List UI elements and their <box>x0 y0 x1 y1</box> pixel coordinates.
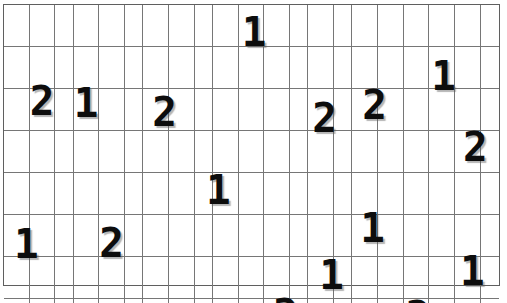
grid-cell <box>125 47 143 89</box>
grid-cell <box>378 5 404 47</box>
grid-cell <box>352 173 378 215</box>
grid-cell <box>481 131 499 173</box>
grid-cell <box>55 5 73 47</box>
grid-cell: 2 <box>352 89 378 131</box>
grid-cell <box>4 131 30 173</box>
grid-cell: 2 <box>99 215 125 257</box>
grid-cell <box>308 299 334 303</box>
grid-cell <box>290 215 308 257</box>
grid-cell <box>290 5 308 47</box>
screenshot-root: 1121222211211121221212221 <box>0 0 507 303</box>
grid-cell <box>195 89 213 131</box>
grid-cell <box>378 299 404 303</box>
grid-cell <box>352 47 378 89</box>
grid-cell <box>169 257 195 299</box>
grid-cell <box>481 173 499 215</box>
grid-cell <box>455 5 481 47</box>
grid-cell: 2 <box>30 89 56 131</box>
grid-cell <box>404 131 430 173</box>
grid-cell <box>455 47 481 89</box>
grid-cell <box>290 257 308 299</box>
grid-cell <box>99 89 125 131</box>
grid-cell <box>308 5 334 47</box>
grid-cell <box>30 173 56 215</box>
grid-cell <box>239 173 265 215</box>
grid-cell <box>264 47 290 89</box>
grid-cell <box>334 47 352 89</box>
grid-cell: 1 <box>4 215 30 257</box>
grid-cell <box>213 5 239 47</box>
grid-cell <box>125 5 143 47</box>
grid-cell <box>143 257 169 299</box>
grid-cell <box>143 47 169 89</box>
grid-cell <box>455 215 481 257</box>
grid-cell <box>378 173 404 215</box>
puzzle-board: 1121222211211121221212221 <box>3 4 500 286</box>
grid-cell <box>30 257 56 299</box>
grid-cell: 1 <box>429 47 455 89</box>
grid-cell <box>55 257 73 299</box>
grid-cell <box>481 5 499 47</box>
grid-cell <box>239 257 265 299</box>
grid-cell <box>4 89 30 131</box>
grid-cell <box>125 299 143 303</box>
grid-cell <box>125 257 143 299</box>
grid-cell <box>239 47 265 89</box>
grid-cell <box>213 215 239 257</box>
grid-cell <box>352 5 378 47</box>
grid-cell <box>378 131 404 173</box>
grid-cell: 1 <box>352 215 378 257</box>
grid-cell <box>334 299 352 303</box>
grid-cell <box>4 5 30 47</box>
grid-cell <box>195 47 213 89</box>
grid-cell <box>195 173 213 215</box>
grid-cell <box>239 89 265 131</box>
grid-cell <box>74 5 100 47</box>
grid-cell <box>429 173 455 215</box>
grid-cell <box>264 5 290 47</box>
grid-cell <box>481 89 499 131</box>
grid-cell: 2 <box>169 299 195 303</box>
grid-cell <box>404 257 430 299</box>
grid-cell <box>481 257 499 299</box>
grid-cell <box>264 89 290 131</box>
grid-cell <box>169 5 195 47</box>
grid-cell <box>404 215 430 257</box>
grid-cell <box>169 173 195 215</box>
grid-cell <box>30 215 56 257</box>
grid-cell <box>125 89 143 131</box>
grid-cell: 1 <box>74 89 100 131</box>
grid-cell <box>99 299 125 303</box>
grid-cell <box>169 47 195 89</box>
grid-cell <box>195 215 213 257</box>
grid-cell: 2 <box>264 299 290 303</box>
grid-cell <box>334 89 352 131</box>
grid-cell <box>378 257 404 299</box>
grid-cell <box>74 47 100 89</box>
grid-cell <box>239 131 265 173</box>
grid-cell <box>74 257 100 299</box>
grid-cell <box>74 299 100 303</box>
grid-cell <box>55 173 73 215</box>
grid-cell <box>290 173 308 215</box>
grid-cell <box>143 299 169 303</box>
grid-cell <box>264 257 290 299</box>
grid-cell: 2 <box>455 131 481 173</box>
grid-cell <box>290 47 308 89</box>
grid-cell <box>404 5 430 47</box>
grid-cell: 1 <box>239 5 265 47</box>
grid-cell <box>55 47 73 89</box>
grid-cell <box>481 47 499 89</box>
grid-cell <box>30 131 56 173</box>
grid-cell <box>74 131 100 173</box>
grid-cell <box>308 215 334 257</box>
grid-cell <box>334 215 352 257</box>
grid-cell <box>352 299 378 303</box>
grid-cell <box>143 131 169 173</box>
grid-cell <box>169 131 195 173</box>
grid-cell <box>99 173 125 215</box>
grid-cell <box>404 173 430 215</box>
grid-cell <box>264 215 290 257</box>
grid-cell <box>429 257 455 299</box>
grid-cell <box>143 5 169 47</box>
grid-cell <box>125 131 143 173</box>
grid-cell <box>352 257 378 299</box>
grid-cell <box>290 131 308 173</box>
grid-cell <box>429 5 455 47</box>
grid-cell <box>290 89 308 131</box>
grid-cell <box>290 299 308 303</box>
grid-cell <box>429 215 455 257</box>
clue-digit: 1 <box>74 83 99 124</box>
grid-cell <box>213 89 239 131</box>
grid-cell <box>143 173 169 215</box>
grid-cell <box>429 299 455 303</box>
grid-cell <box>125 215 143 257</box>
grid-cell <box>213 47 239 89</box>
grid-cell <box>481 299 499 303</box>
grid-cell <box>99 257 125 299</box>
grid-cell <box>264 131 290 173</box>
grid-cell <box>404 89 430 131</box>
grid-cell <box>264 173 290 215</box>
grid-cell <box>55 299 73 303</box>
grid-cell <box>239 215 265 257</box>
grid-cell <box>378 215 404 257</box>
grid-cell <box>30 5 56 47</box>
grid-cell <box>74 215 100 257</box>
grid-cell <box>308 47 334 89</box>
grid-cell <box>55 215 73 257</box>
grid-cell <box>404 47 430 89</box>
grid-cell <box>455 173 481 215</box>
grid-cell: 1 <box>455 257 481 299</box>
grid-cell <box>143 215 169 257</box>
grid-cell <box>99 131 125 173</box>
grid-cell <box>195 257 213 299</box>
grid-cell <box>195 5 213 47</box>
grid-cell <box>195 131 213 173</box>
grid-cell <box>99 47 125 89</box>
grid-cell <box>334 257 352 299</box>
grid-cell <box>239 299 265 303</box>
grid-cell <box>55 131 73 173</box>
grid-cell <box>74 173 100 215</box>
grid-cell: 2 <box>308 89 334 131</box>
grid-cell <box>481 215 499 257</box>
grid-cell <box>4 47 30 89</box>
grid-cell: 2 <box>404 299 430 303</box>
grid-cell <box>334 5 352 47</box>
grid-cell: 2 <box>143 89 169 131</box>
grid-cell <box>4 299 30 303</box>
grid-cell <box>378 47 404 89</box>
grid-cell: 1 <box>213 173 239 215</box>
grid-cell <box>308 173 334 215</box>
grid-cell <box>429 89 455 131</box>
grid-cell: 1 <box>213 299 239 303</box>
grid-cell <box>213 131 239 173</box>
grid-cell <box>30 47 56 89</box>
grid-cell <box>378 89 404 131</box>
grid-cell <box>30 299 56 303</box>
grid-cell <box>55 89 73 131</box>
grid-cell <box>308 131 334 173</box>
grid-cell <box>169 215 195 257</box>
grid-cell <box>334 173 352 215</box>
grid-cell <box>4 257 30 299</box>
grid-cell <box>455 89 481 131</box>
grid-cell: 1 <box>308 257 334 299</box>
grid-cell <box>352 131 378 173</box>
grid-cell <box>213 257 239 299</box>
grid-cell <box>455 299 481 303</box>
grid-cell <box>429 131 455 173</box>
grid-cell <box>99 5 125 47</box>
grid-cell <box>195 299 213 303</box>
grid-cell <box>334 131 352 173</box>
grid-cell <box>4 173 30 215</box>
grid-cell <box>125 173 143 215</box>
grid-cell <box>169 89 195 131</box>
